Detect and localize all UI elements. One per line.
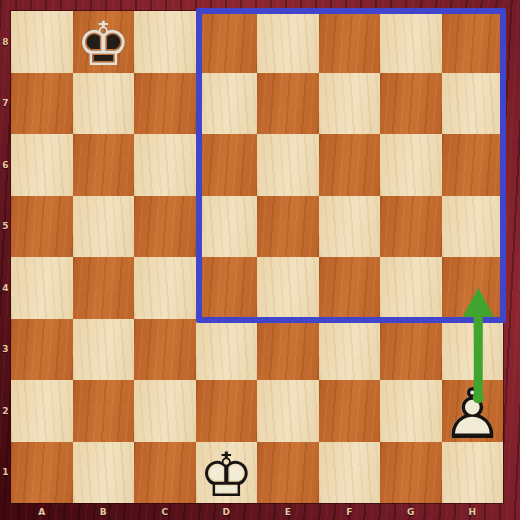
file-label-e: E <box>257 503 319 520</box>
rank-label-4: 4 <box>0 257 11 319</box>
square-d5[interactable] <box>196 196 258 258</box>
square-e5[interactable] <box>257 196 319 258</box>
square-g7[interactable] <box>380 73 442 135</box>
rank-label-6: 6 <box>0 134 11 196</box>
square-b1[interactable] <box>73 442 135 504</box>
square-b4[interactable] <box>73 257 135 319</box>
square-b3[interactable] <box>73 319 135 381</box>
square-h6[interactable] <box>442 134 504 196</box>
square-f5[interactable] <box>319 196 381 258</box>
square-a2[interactable] <box>11 380 73 442</box>
square-e1[interactable] <box>257 442 319 504</box>
square-f2[interactable] <box>319 380 381 442</box>
rank-label-1: 1 <box>0 442 11 504</box>
white-king-piece[interactable]: ♚♔ <box>196 442 258 504</box>
square-a3[interactable] <box>11 319 73 381</box>
square-g5[interactable] <box>380 196 442 258</box>
square-f3[interactable] <box>319 319 381 381</box>
file-label-f: F <box>319 503 381 520</box>
square-g4[interactable] <box>380 257 442 319</box>
square-a7[interactable] <box>11 73 73 135</box>
file-label-b: B <box>73 503 135 520</box>
square-b5[interactable] <box>73 196 135 258</box>
square-d7[interactable] <box>196 73 258 135</box>
chess-board: ♚♔♟♙♚♔ <box>11 11 503 503</box>
square-b2[interactable] <box>73 380 135 442</box>
file-label-h: H <box>442 503 504 520</box>
square-a5[interactable] <box>11 196 73 258</box>
square-e6[interactable] <box>257 134 319 196</box>
square-d8[interactable] <box>196 11 258 73</box>
square-f6[interactable] <box>319 134 381 196</box>
file-label-d: D <box>196 503 258 520</box>
black-king-outline-glyph: ♔ <box>73 13 135 75</box>
square-a1[interactable] <box>11 442 73 504</box>
square-c3[interactable] <box>134 319 196 381</box>
square-g3[interactable] <box>380 319 442 381</box>
board-frame: ♚♔♟♙♚♔ 87654321 ABCDEFGH <box>0 0 520 520</box>
square-g1[interactable] <box>380 442 442 504</box>
square-a6[interactable] <box>11 134 73 196</box>
square-f4[interactable] <box>319 257 381 319</box>
square-c5[interactable] <box>134 196 196 258</box>
white-king-outline-glyph: ♔ <box>196 444 258 506</box>
square-h3[interactable] <box>442 319 504 381</box>
square-h4[interactable] <box>442 257 504 319</box>
square-g6[interactable] <box>380 134 442 196</box>
square-c8[interactable] <box>134 11 196 73</box>
square-e7[interactable] <box>257 73 319 135</box>
rank-label-7: 7 <box>0 73 11 135</box>
file-label-g: G <box>380 503 442 520</box>
square-c1[interactable] <box>134 442 196 504</box>
square-e8[interactable] <box>257 11 319 73</box>
square-d2[interactable] <box>196 380 258 442</box>
file-label-c: C <box>134 503 196 520</box>
square-c6[interactable] <box>134 134 196 196</box>
square-a8[interactable] <box>11 11 73 73</box>
square-h5[interactable] <box>442 196 504 258</box>
square-e2[interactable] <box>257 380 319 442</box>
square-b8[interactable]: ♚♔ <box>73 11 135 73</box>
square-d1[interactable]: ♚♔ <box>196 442 258 504</box>
square-g2[interactable] <box>380 380 442 442</box>
square-e3[interactable] <box>257 319 319 381</box>
square-f1[interactable] <box>319 442 381 504</box>
file-label-a: A <box>11 503 73 520</box>
rank-label-2: 2 <box>0 380 11 442</box>
square-c4[interactable] <box>134 257 196 319</box>
square-h1[interactable] <box>442 442 504 504</box>
square-e4[interactable] <box>257 257 319 319</box>
square-c7[interactable] <box>134 73 196 135</box>
rank-label-8: 8 <box>0 11 11 73</box>
rank-label-5: 5 <box>0 196 11 258</box>
black-king-piece[interactable]: ♚♔ <box>73 11 135 73</box>
square-h8[interactable] <box>442 11 504 73</box>
square-a4[interactable] <box>11 257 73 319</box>
square-g8[interactable] <box>380 11 442 73</box>
square-h2[interactable]: ♟♙ <box>442 380 504 442</box>
rank-label-3: 3 <box>0 319 11 381</box>
square-b7[interactable] <box>73 73 135 135</box>
square-d6[interactable] <box>196 134 258 196</box>
square-d4[interactable] <box>196 257 258 319</box>
square-f7[interactable] <box>319 73 381 135</box>
white-pawn-piece[interactable]: ♟♙ <box>442 380 504 442</box>
square-f8[interactable] <box>319 11 381 73</box>
square-c2[interactable] <box>134 380 196 442</box>
square-b6[interactable] <box>73 134 135 196</box>
square-h7[interactable] <box>442 73 504 135</box>
square-d3[interactable] <box>196 319 258 381</box>
white-pawn-outline-glyph: ♙ <box>442 383 504 445</box>
